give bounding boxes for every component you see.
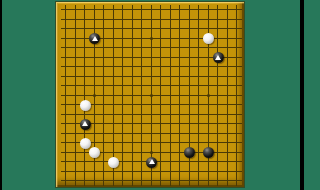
intersection[interactable] (166, 157, 176, 167)
intersection[interactable] (156, 5, 166, 15)
intersection[interactable] (175, 81, 185, 91)
intersection[interactable] (118, 72, 128, 82)
intersection[interactable] (223, 100, 233, 110)
intersection[interactable] (137, 15, 147, 25)
intersection[interactable] (147, 129, 157, 139)
intersection[interactable] (128, 157, 138, 167)
intersection[interactable] (204, 5, 214, 15)
intersection[interactable] (118, 138, 128, 148)
intersection[interactable] (80, 167, 90, 177)
intersection[interactable] (61, 167, 71, 177)
intersection[interactable] (213, 176, 223, 186)
intersection[interactable] (194, 138, 204, 148)
intersection[interactable] (223, 148, 233, 158)
intersection[interactable] (232, 5, 242, 15)
intersection[interactable] (232, 100, 242, 110)
intersection[interactable] (194, 81, 204, 91)
intersection[interactable] (232, 129, 242, 139)
intersection[interactable] (137, 24, 147, 34)
intersection[interactable] (90, 5, 100, 15)
intersection[interactable] (156, 100, 166, 110)
intersection[interactable] (185, 167, 195, 177)
intersection[interactable] (204, 43, 214, 53)
intersection[interactable] (232, 72, 242, 82)
intersection[interactable] (109, 53, 119, 63)
intersection[interactable] (204, 81, 214, 91)
intersection[interactable] (147, 53, 157, 63)
intersection[interactable] (109, 129, 119, 139)
intersection[interactable] (194, 100, 204, 110)
intersection[interactable] (175, 91, 185, 101)
intersection[interactable] (109, 148, 119, 158)
intersection[interactable] (99, 72, 109, 82)
intersection[interactable] (166, 167, 176, 177)
intersection[interactable] (99, 53, 109, 63)
intersection[interactable] (61, 91, 71, 101)
intersection[interactable] (80, 43, 90, 53)
intersection[interactable] (223, 15, 233, 25)
intersection[interactable] (175, 100, 185, 110)
intersection[interactable] (166, 43, 176, 53)
intersection[interactable] (175, 119, 185, 129)
intersection[interactable] (109, 167, 119, 177)
intersection[interactable] (118, 119, 128, 129)
intersection[interactable] (166, 81, 176, 91)
intersection[interactable] (147, 72, 157, 82)
intersection[interactable] (128, 138, 138, 148)
intersection[interactable] (90, 81, 100, 91)
intersection[interactable] (61, 62, 71, 72)
intersection[interactable] (185, 81, 195, 91)
intersection[interactable] (118, 24, 128, 34)
intersection[interactable] (175, 110, 185, 120)
intersection[interactable] (204, 91, 214, 101)
intersection[interactable] (99, 24, 109, 34)
intersection[interactable] (128, 91, 138, 101)
intersection[interactable] (99, 100, 109, 110)
intersection[interactable] (128, 62, 138, 72)
intersection[interactable] (156, 24, 166, 34)
intersection[interactable] (109, 91, 119, 101)
intersection[interactable] (118, 5, 128, 15)
intersection[interactable] (194, 176, 204, 186)
intersection[interactable] (128, 81, 138, 91)
intersection[interactable] (147, 81, 157, 91)
intersection[interactable] (90, 53, 100, 63)
intersection[interactable] (166, 24, 176, 34)
intersection[interactable] (71, 157, 81, 167)
intersection[interactable] (204, 34, 214, 44)
intersection[interactable] (175, 53, 185, 63)
go-board[interactable] (56, 2, 244, 187)
intersection[interactable] (109, 81, 119, 91)
intersection[interactable] (71, 72, 81, 82)
intersection[interactable] (232, 43, 242, 53)
intersection[interactable] (204, 110, 214, 120)
intersection[interactable] (99, 129, 109, 139)
intersection[interactable] (137, 5, 147, 15)
intersection[interactable] (118, 81, 128, 91)
intersection[interactable] (223, 176, 233, 186)
intersection[interactable] (166, 110, 176, 120)
intersection[interactable] (213, 138, 223, 148)
intersection[interactable] (166, 119, 176, 129)
intersection[interactable] (137, 167, 147, 177)
intersection[interactable] (71, 62, 81, 72)
intersection[interactable] (156, 91, 166, 101)
intersection[interactable] (204, 62, 214, 72)
intersection[interactable] (137, 138, 147, 148)
intersection[interactable] (90, 119, 100, 129)
intersection[interactable] (71, 138, 81, 148)
intersection[interactable] (204, 167, 214, 177)
intersection[interactable] (175, 34, 185, 44)
intersection[interactable] (213, 5, 223, 15)
intersection[interactable] (128, 100, 138, 110)
intersection[interactable] (204, 176, 214, 186)
intersection[interactable] (128, 15, 138, 25)
intersection[interactable] (61, 81, 71, 91)
intersection[interactable] (232, 119, 242, 129)
intersection[interactable] (194, 119, 204, 129)
intersection[interactable] (99, 167, 109, 177)
intersection[interactable] (194, 167, 204, 177)
intersection[interactable] (166, 100, 176, 110)
intersection[interactable] (71, 119, 81, 129)
intersection[interactable] (80, 176, 90, 186)
intersection[interactable] (223, 53, 233, 63)
intersection[interactable] (71, 24, 81, 34)
intersection[interactable] (194, 15, 204, 25)
intersection[interactable] (156, 53, 166, 63)
intersection[interactable] (118, 15, 128, 25)
intersection[interactable] (194, 110, 204, 120)
intersection[interactable] (137, 34, 147, 44)
intersection[interactable] (61, 15, 71, 25)
intersection[interactable] (137, 100, 147, 110)
intersection[interactable] (156, 157, 166, 167)
intersection[interactable] (185, 148, 195, 158)
intersection[interactable] (109, 100, 119, 110)
intersection[interactable] (61, 138, 71, 148)
intersection[interactable] (90, 167, 100, 177)
intersection[interactable] (137, 53, 147, 63)
intersection[interactable] (118, 62, 128, 72)
intersection[interactable] (71, 129, 81, 139)
intersection[interactable] (194, 129, 204, 139)
intersection[interactable] (61, 53, 71, 63)
intersection[interactable] (118, 53, 128, 63)
intersection[interactable] (175, 157, 185, 167)
intersection[interactable] (175, 15, 185, 25)
intersection[interactable] (99, 62, 109, 72)
intersection[interactable] (90, 176, 100, 186)
intersection[interactable] (128, 119, 138, 129)
intersection[interactable] (156, 119, 166, 129)
intersection[interactable] (175, 24, 185, 34)
intersection[interactable] (99, 15, 109, 25)
intersection[interactable] (80, 5, 90, 15)
intersection[interactable] (137, 43, 147, 53)
intersection[interactable] (185, 24, 195, 34)
intersection[interactable] (185, 34, 195, 44)
intersection[interactable] (109, 34, 119, 44)
intersection[interactable] (156, 138, 166, 148)
intersection[interactable] (80, 129, 90, 139)
intersection[interactable] (147, 119, 157, 129)
intersection[interactable] (109, 138, 119, 148)
intersection[interactable] (185, 110, 195, 120)
intersection[interactable] (194, 24, 204, 34)
intersection[interactable] (194, 53, 204, 63)
intersection[interactable] (128, 129, 138, 139)
intersection[interactable] (80, 81, 90, 91)
intersection[interactable] (71, 34, 81, 44)
intersection[interactable] (147, 110, 157, 120)
intersection[interactable] (109, 119, 119, 129)
intersection[interactable] (90, 91, 100, 101)
intersection[interactable] (109, 15, 119, 25)
intersection[interactable] (185, 15, 195, 25)
intersection[interactable] (61, 148, 71, 158)
intersection[interactable] (90, 72, 100, 82)
intersection[interactable] (128, 110, 138, 120)
intersection[interactable] (99, 119, 109, 129)
intersection[interactable] (137, 81, 147, 91)
intersection[interactable] (223, 119, 233, 129)
intersection[interactable] (61, 72, 71, 82)
intersection[interactable] (99, 148, 109, 158)
intersection[interactable] (147, 157, 157, 167)
intersection[interactable] (128, 176, 138, 186)
intersection[interactable] (71, 148, 81, 158)
intersection[interactable] (118, 110, 128, 120)
intersection[interactable] (71, 5, 81, 15)
intersection[interactable] (137, 129, 147, 139)
intersection[interactable] (99, 43, 109, 53)
intersection[interactable] (137, 110, 147, 120)
intersection[interactable] (156, 15, 166, 25)
intersection[interactable] (109, 5, 119, 15)
intersection[interactable] (223, 81, 233, 91)
intersection[interactable] (204, 119, 214, 129)
intersection[interactable] (156, 148, 166, 158)
intersection[interactable] (71, 15, 81, 25)
intersection[interactable] (109, 157, 119, 167)
intersection[interactable] (118, 34, 128, 44)
intersection[interactable] (156, 62, 166, 72)
intersection[interactable] (137, 119, 147, 129)
intersection[interactable] (147, 15, 157, 25)
intersection[interactable] (232, 81, 242, 91)
intersection[interactable] (185, 119, 195, 129)
intersection[interactable] (118, 157, 128, 167)
intersection[interactable] (71, 81, 81, 91)
intersection[interactable] (175, 62, 185, 72)
intersection[interactable] (128, 5, 138, 15)
intersection[interactable] (185, 43, 195, 53)
intersection[interactable] (223, 34, 233, 44)
intersection[interactable] (232, 157, 242, 167)
intersection[interactable] (61, 24, 71, 34)
intersection[interactable] (213, 167, 223, 177)
intersection[interactable] (71, 110, 81, 120)
intersection[interactable] (223, 62, 233, 72)
intersection[interactable] (80, 119, 90, 129)
intersection[interactable] (232, 15, 242, 25)
intersection[interactable] (223, 110, 233, 120)
intersection[interactable] (232, 34, 242, 44)
intersection[interactable] (109, 110, 119, 120)
intersection[interactable] (109, 43, 119, 53)
intersection[interactable] (175, 176, 185, 186)
intersection[interactable] (223, 5, 233, 15)
intersection[interactable] (61, 129, 71, 139)
intersection[interactable] (213, 129, 223, 139)
intersection[interactable] (166, 129, 176, 139)
intersection[interactable] (61, 119, 71, 129)
intersection[interactable] (90, 129, 100, 139)
intersection[interactable] (204, 72, 214, 82)
intersection[interactable] (118, 176, 128, 186)
intersection[interactable] (175, 5, 185, 15)
intersection[interactable] (137, 62, 147, 72)
intersection[interactable] (147, 5, 157, 15)
intersection[interactable] (185, 62, 195, 72)
intersection[interactable] (232, 62, 242, 72)
intersection[interactable] (71, 91, 81, 101)
intersection[interactable] (175, 72, 185, 82)
intersection[interactable] (166, 15, 176, 25)
intersection[interactable] (61, 100, 71, 110)
intersection[interactable] (128, 53, 138, 63)
intersection[interactable] (223, 72, 233, 82)
intersection[interactable] (109, 62, 119, 72)
intersection[interactable] (156, 167, 166, 177)
intersection[interactable] (147, 91, 157, 101)
intersection[interactable] (232, 167, 242, 177)
intersection[interactable] (147, 24, 157, 34)
intersection[interactable] (204, 129, 214, 139)
intersection[interactable] (99, 91, 109, 101)
intersection[interactable] (109, 72, 119, 82)
intersection[interactable] (175, 129, 185, 139)
intersection[interactable] (175, 138, 185, 148)
intersection[interactable] (90, 34, 100, 44)
intersection[interactable] (213, 72, 223, 82)
intersection[interactable] (204, 100, 214, 110)
intersection[interactable] (194, 43, 204, 53)
intersection[interactable] (204, 53, 214, 63)
intersection[interactable] (213, 24, 223, 34)
intersection[interactable] (166, 91, 176, 101)
intersection[interactable] (223, 24, 233, 34)
intersection[interactable] (223, 157, 233, 167)
intersection[interactable] (61, 5, 71, 15)
intersection[interactable] (194, 91, 204, 101)
intersection[interactable] (166, 148, 176, 158)
intersection[interactable] (185, 157, 195, 167)
intersection[interactable] (99, 110, 109, 120)
intersection[interactable] (185, 72, 195, 82)
intersection[interactable] (204, 148, 214, 158)
intersection[interactable] (232, 53, 242, 63)
intersection[interactable] (147, 138, 157, 148)
intersection[interactable] (147, 100, 157, 110)
intersection[interactable] (128, 167, 138, 177)
intersection[interactable] (223, 138, 233, 148)
intersection[interactable] (232, 91, 242, 101)
intersection[interactable] (223, 91, 233, 101)
intersection[interactable] (204, 15, 214, 25)
intersection[interactable] (175, 43, 185, 53)
intersection[interactable] (232, 176, 242, 186)
intersection[interactable] (109, 176, 119, 186)
intersection[interactable] (99, 81, 109, 91)
intersection[interactable] (213, 148, 223, 158)
intersection[interactable] (71, 53, 81, 63)
intersection[interactable] (166, 62, 176, 72)
intersection[interactable] (99, 176, 109, 186)
intersection[interactable] (71, 176, 81, 186)
intersection[interactable] (232, 148, 242, 158)
intersection[interactable] (137, 176, 147, 186)
intersection[interactable] (99, 5, 109, 15)
intersection[interactable] (118, 100, 128, 110)
intersection[interactable] (166, 138, 176, 148)
intersection[interactable] (80, 72, 90, 82)
intersection[interactable] (223, 167, 233, 177)
intersection[interactable] (80, 91, 90, 101)
intersection[interactable] (156, 81, 166, 91)
intersection[interactable] (90, 15, 100, 25)
intersection[interactable] (194, 157, 204, 167)
intersection[interactable] (137, 91, 147, 101)
intersection[interactable] (61, 157, 71, 167)
intersection[interactable] (213, 100, 223, 110)
intersection[interactable] (185, 5, 195, 15)
intersection[interactable] (213, 34, 223, 44)
intersection[interactable] (61, 176, 71, 186)
intersection[interactable] (213, 15, 223, 25)
intersection[interactable] (223, 43, 233, 53)
intersection[interactable] (99, 34, 109, 44)
intersection[interactable] (147, 167, 157, 177)
intersection[interactable] (166, 53, 176, 63)
intersection[interactable] (80, 138, 90, 148)
intersection[interactable] (213, 110, 223, 120)
intersection[interactable] (71, 167, 81, 177)
intersection[interactable] (118, 148, 128, 158)
intersection[interactable] (156, 72, 166, 82)
intersection[interactable] (80, 110, 90, 120)
intersection[interactable] (223, 129, 233, 139)
intersection[interactable] (194, 5, 204, 15)
intersection[interactable] (128, 148, 138, 158)
intersection[interactable] (90, 110, 100, 120)
intersection[interactable] (185, 91, 195, 101)
intersection[interactable] (156, 129, 166, 139)
intersection[interactable] (213, 81, 223, 91)
intersection[interactable] (90, 62, 100, 72)
intersection[interactable] (80, 15, 90, 25)
intersection[interactable] (232, 24, 242, 34)
intersection[interactable] (71, 43, 81, 53)
intersection[interactable] (90, 43, 100, 53)
intersection[interactable] (90, 100, 100, 110)
intersection[interactable] (118, 43, 128, 53)
intersection[interactable] (185, 100, 195, 110)
